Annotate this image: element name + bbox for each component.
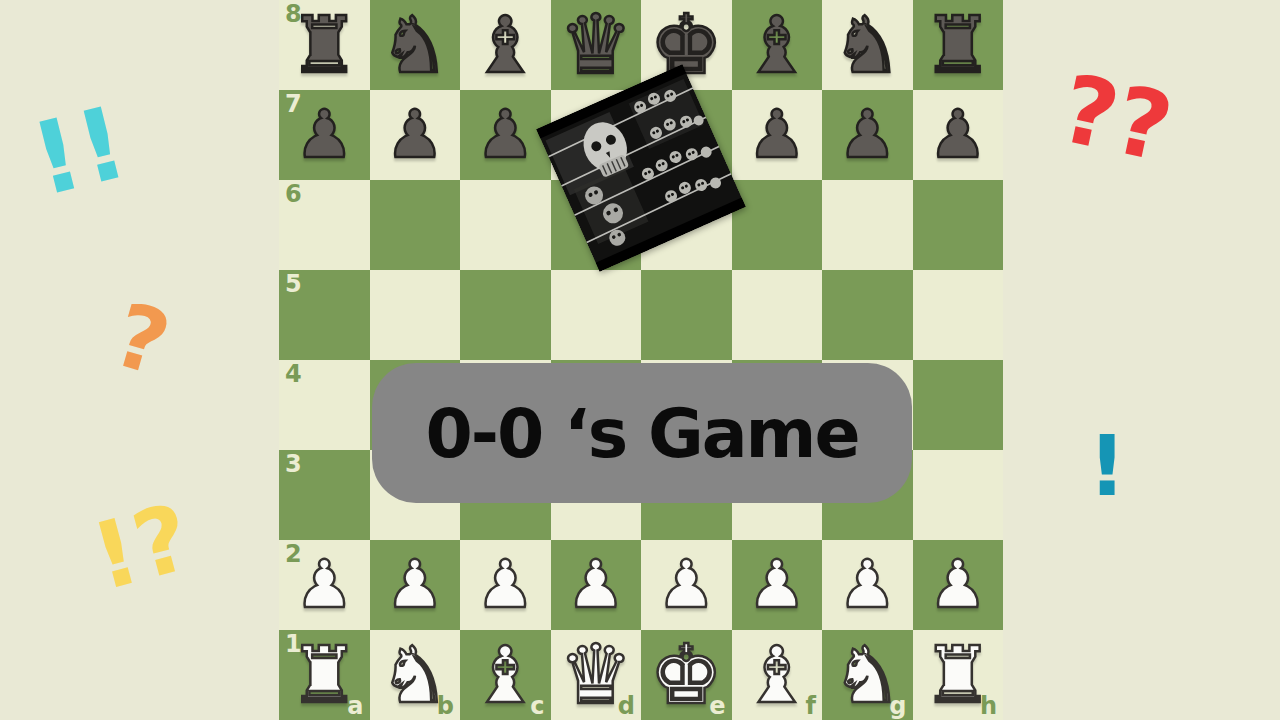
square-c8: ♝ [460, 0, 551, 90]
square-h2: ♟ [913, 540, 1004, 630]
square-a5: 5 [279, 270, 370, 360]
piece-black-pawn: ♟ [385, 102, 444, 168]
piece-black-rook: ♜ [289, 6, 359, 84]
piece-white-king: ♚ [649, 634, 723, 716]
piece-white-pawn: ♟ [385, 552, 444, 618]
exclam-question-mark: !? [84, 491, 200, 605]
title-text: 0-0 ‘s Game [425, 394, 858, 473]
piece-black-bishop: ♝ [470, 6, 540, 84]
square-e1: e♚ [641, 630, 732, 720]
piece-white-knight: ♞ [380, 636, 450, 714]
piece-black-pawn: ♟ [476, 102, 535, 168]
piece-white-knight: ♞ [832, 636, 902, 714]
square-b6 [370, 180, 461, 270]
piece-black-rook: ♜ [923, 6, 993, 84]
piece-black-pawn: ♟ [928, 102, 987, 168]
piece-white-pawn: ♟ [928, 552, 987, 618]
square-b5 [370, 270, 461, 360]
square-b8: ♞ [370, 0, 461, 90]
piece-black-queen: ♛ [559, 4, 633, 86]
square-h3 [913, 450, 1004, 540]
square-b2: ♟ [370, 540, 461, 630]
piece-white-pawn: ♟ [476, 552, 535, 618]
exclam-mark: ! [1088, 424, 1126, 508]
piece-white-queen: ♛ [559, 634, 633, 716]
square-e5 [641, 270, 732, 360]
square-c1: c♝ [460, 630, 551, 720]
double-question-mark: ?? [1053, 62, 1179, 177]
square-d1: d♛ [551, 630, 642, 720]
piece-black-pawn: ♟ [747, 102, 806, 168]
square-f8: ♝ [732, 0, 823, 90]
square-a6: 6 [279, 180, 370, 270]
piece-white-pawn: ♟ [566, 552, 625, 618]
square-g6 [822, 180, 913, 270]
square-d8: ♛ [551, 0, 642, 90]
square-c2: ♟ [460, 540, 551, 630]
piece-white-rook: ♜ [289, 636, 359, 714]
square-c6 [460, 180, 551, 270]
square-h1: h♜ [913, 630, 1004, 720]
square-h5 [913, 270, 1004, 360]
piece-black-pawn: ♟ [295, 102, 354, 168]
square-a8: 8♜ [279, 0, 370, 90]
square-a4: 4 [279, 360, 370, 450]
square-a7: 7♟ [279, 90, 370, 180]
square-c5 [460, 270, 551, 360]
rank-label-5: 5 [285, 272, 302, 296]
square-c7: ♟ [460, 90, 551, 180]
piece-black-knight: ♞ [832, 6, 902, 84]
double-exclam-mark: !! [23, 92, 136, 211]
piece-black-knight: ♞ [380, 6, 450, 84]
piece-white-pawn: ♟ [295, 552, 354, 618]
piece-white-bishop: ♝ [470, 636, 540, 714]
square-a3: 3 [279, 450, 370, 540]
square-b7: ♟ [370, 90, 461, 180]
square-h4 [913, 360, 1004, 450]
piece-white-pawn: ♟ [657, 552, 716, 618]
rank-label-6: 6 [285, 182, 302, 206]
question-mark: ? [105, 291, 178, 390]
square-b1: b♞ [370, 630, 461, 720]
piece-black-bishop: ♝ [742, 6, 812, 84]
square-h8: ♜ [913, 0, 1004, 90]
square-g5 [822, 270, 913, 360]
rank-label-4: 4 [285, 362, 302, 386]
square-g7: ♟ [822, 90, 913, 180]
square-d2: ♟ [551, 540, 642, 630]
square-e2: ♟ [641, 540, 732, 630]
square-g8: ♞ [822, 0, 913, 90]
piece-black-pawn: ♟ [838, 102, 897, 168]
square-h7: ♟ [913, 90, 1004, 180]
piece-white-pawn: ♟ [747, 552, 806, 618]
square-f6 [732, 180, 823, 270]
square-g2: ♟ [822, 540, 913, 630]
square-g1: g♞ [822, 630, 913, 720]
piece-white-bishop: ♝ [742, 636, 812, 714]
piece-white-rook: ♜ [923, 636, 993, 714]
square-f2: ♟ [732, 540, 823, 630]
title-banner: 0-0 ‘s Game [372, 363, 912, 503]
square-d5 [551, 270, 642, 360]
square-f5 [732, 270, 823, 360]
square-f7: ♟ [732, 90, 823, 180]
square-h6 [913, 180, 1004, 270]
square-a2: 2♟ [279, 540, 370, 630]
square-a1: 1a♜ [279, 630, 370, 720]
square-f1: f♝ [732, 630, 823, 720]
piece-white-pawn: ♟ [838, 552, 897, 618]
rank-label-3: 3 [285, 452, 302, 476]
